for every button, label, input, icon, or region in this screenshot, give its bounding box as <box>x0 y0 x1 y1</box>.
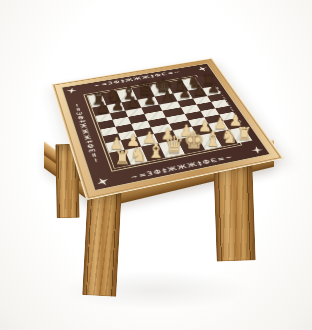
product-photo: ~=ЗФ‡ЖЖЖ‡ФЄ=~ ~=ЗФ‡ЖЖЖ‡ФЄ=~ ~=ЗФ‡ЖЖЖ‡ФЄ=… <box>0 0 312 330</box>
square-c5 <box>128 114 147 123</box>
piece-black-pawn: ♟ <box>161 89 174 103</box>
square-d6 <box>142 105 163 114</box>
piece-white-knight: ♞ <box>221 127 238 146</box>
piece-black-pawn: ♟ <box>96 101 109 116</box>
table-leg-right <box>213 161 255 261</box>
square-a1: ♜ <box>109 150 131 168</box>
piece-black-pawn: ♟ <box>127 95 140 110</box>
square-d5 <box>145 111 166 121</box>
piece-white-queen: ♛ <box>165 134 185 157</box>
square-a7: ♟ <box>92 105 110 116</box>
piece-black-pawn: ♟ <box>207 81 220 95</box>
piece-black-pawn: ♟ <box>144 92 157 107</box>
chess-board: ♜♞♝♛♚♝♞♜♟♟♟♟♟♟♟♟♟♟♟♟♟♟♟♟♜♞♝♛♚♝♞♜ <box>87 77 238 169</box>
piece-white-bishop: ♝ <box>204 129 222 149</box>
piece-black-pawn: ♟ <box>178 86 191 100</box>
piece-white-rook: ♜ <box>114 148 131 167</box>
piece-white-king: ♚ <box>184 129 205 153</box>
table-leg-front <box>82 188 122 297</box>
piece-white-bishop: ♝ <box>147 140 166 161</box>
square-a5 <box>98 120 116 129</box>
piece-black-pawn: ♟ <box>111 98 124 113</box>
piece-white-knight: ♞ <box>130 144 148 164</box>
piece-black-pawn: ♟ <box>193 84 206 98</box>
corner-star-icon <box>94 176 111 188</box>
piece-white-rook: ♜ <box>237 125 253 143</box>
